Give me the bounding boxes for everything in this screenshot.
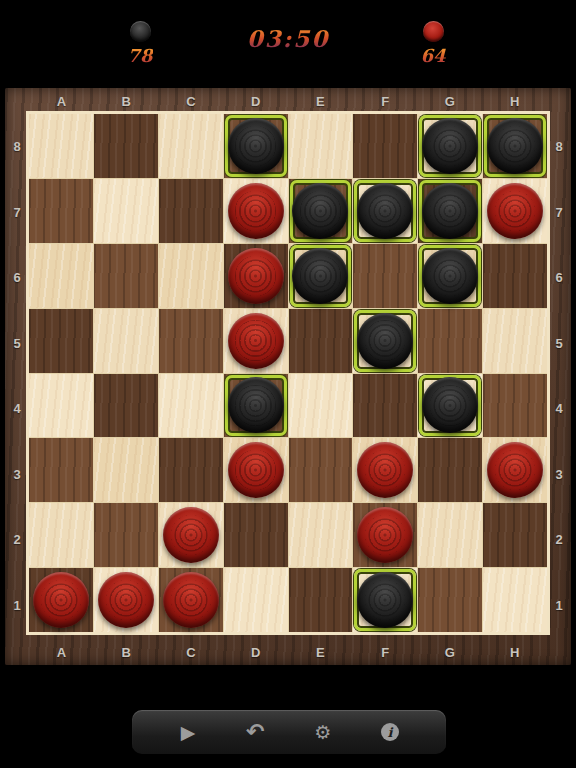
- square-a6[interactable]: [29, 244, 93, 308]
- file-label-e: E: [288, 639, 353, 665]
- black-piece-g6[interactable]: [422, 248, 478, 304]
- square-e5[interactable]: [289, 309, 353, 373]
- gear-icon: ⚙: [314, 723, 331, 742]
- square-h7[interactable]: [483, 179, 547, 243]
- square-g1[interactable]: [418, 568, 482, 632]
- red-piece-c2[interactable]: [163, 507, 219, 563]
- file-label-d: D: [223, 639, 288, 665]
- square-e8[interactable]: [289, 114, 353, 178]
- black-piece-d4[interactable]: [228, 377, 284, 433]
- play-button[interactable]: ▶: [174, 718, 202, 746]
- square-c3[interactable]: [159, 438, 223, 502]
- square-e2[interactable]: [289, 503, 353, 567]
- square-b4[interactable]: [94, 374, 158, 438]
- square-c1[interactable]: [159, 568, 223, 632]
- square-g5[interactable]: [418, 309, 482, 373]
- square-d4[interactable]: [224, 374, 288, 438]
- black-piece-d8[interactable]: [228, 118, 284, 174]
- play-icon: ▶: [181, 723, 196, 742]
- rank-label-2: 2: [547, 507, 571, 573]
- timer-area: 03:50: [176, 0, 400, 88]
- red-piece-a1[interactable]: [33, 572, 89, 628]
- rank-label-7: 7: [547, 180, 571, 246]
- square-b6[interactable]: [94, 244, 158, 308]
- red-piece-f3[interactable]: [357, 442, 413, 498]
- square-g7[interactable]: [418, 179, 482, 243]
- square-d6[interactable]: [224, 244, 288, 308]
- rank-label-6: 6: [547, 245, 571, 311]
- square-a1[interactable]: [29, 568, 93, 632]
- square-f8[interactable]: [353, 114, 417, 178]
- square-c5[interactable]: [159, 309, 223, 373]
- square-a4[interactable]: [29, 374, 93, 438]
- black-piece-e7[interactable]: [292, 183, 348, 239]
- black-piece-g7[interactable]: [422, 183, 478, 239]
- rank-label-8: 8: [547, 114, 571, 180]
- board-squares: [26, 111, 550, 635]
- rank-label-4: 4: [547, 376, 571, 442]
- square-d2[interactable]: [224, 503, 288, 567]
- square-d5[interactable]: [224, 309, 288, 373]
- black-score: 78: [127, 45, 152, 66]
- square-h1[interactable]: [483, 568, 547, 632]
- square-a5[interactable]: [29, 309, 93, 373]
- square-f2[interactable]: [353, 503, 417, 567]
- square-c6[interactable]: [159, 244, 223, 308]
- square-h6[interactable]: [483, 244, 547, 308]
- square-b3[interactable]: [94, 438, 158, 502]
- square-g2[interactable]: [418, 503, 482, 567]
- file-label-c: C: [159, 639, 224, 665]
- square-h4[interactable]: [483, 374, 547, 438]
- black-piece-h8[interactable]: [487, 118, 543, 174]
- info-icon: i: [381, 723, 399, 741]
- file-label-a: A: [29, 639, 94, 665]
- square-g3[interactable]: [418, 438, 482, 502]
- square-e4[interactable]: [289, 374, 353, 438]
- app-screen: 78 03:50 64 ABCDEFGH ABCDEFGH 87654321 8…: [0, 0, 576, 768]
- square-f3[interactable]: [353, 438, 417, 502]
- square-b5[interactable]: [94, 309, 158, 373]
- red-piece-h3[interactable]: [487, 442, 543, 498]
- undo-button[interactable]: ↶: [241, 718, 269, 746]
- red-score: 64: [420, 45, 445, 66]
- black-piece-icon: [130, 21, 151, 42]
- player-black: 78: [108, 21, 172, 66]
- toolbar: ▶ ↶ ⚙ i: [132, 710, 446, 754]
- square-e7[interactable]: [289, 179, 353, 243]
- file-label-f: F: [353, 639, 418, 665]
- square-f7[interactable]: [353, 179, 417, 243]
- square-c7[interactable]: [159, 179, 223, 243]
- square-e6[interactable]: [289, 244, 353, 308]
- square-a3[interactable]: [29, 438, 93, 502]
- square-c4[interactable]: [159, 374, 223, 438]
- file-label-h: H: [482, 639, 547, 665]
- square-d8[interactable]: [224, 114, 288, 178]
- black-piece-f7[interactable]: [357, 183, 413, 239]
- file-label-b: B: [94, 639, 159, 665]
- square-h2[interactable]: [483, 503, 547, 567]
- red-piece-d6[interactable]: [228, 248, 284, 304]
- square-g4[interactable]: [418, 374, 482, 438]
- black-piece-g4[interactable]: [422, 377, 478, 433]
- red-piece-c1[interactable]: [163, 572, 219, 628]
- player-red: 64: [401, 21, 465, 66]
- square-f1[interactable]: [353, 568, 417, 632]
- black-piece-g8[interactable]: [422, 118, 478, 174]
- square-d1[interactable]: [224, 568, 288, 632]
- square-f4[interactable]: [353, 374, 417, 438]
- square-b2[interactable]: [94, 503, 158, 567]
- settings-button[interactable]: ⚙: [309, 718, 337, 746]
- info-button[interactable]: i: [376, 718, 404, 746]
- undo-icon: ↶: [246, 721, 264, 743]
- square-f5[interactable]: [353, 309, 417, 373]
- square-c8[interactable]: [159, 114, 223, 178]
- square-g6[interactable]: [418, 244, 482, 308]
- board-frame: ABCDEFGH ABCDEFGH 87654321 87654321: [5, 88, 571, 665]
- rank-label-3: 3: [547, 442, 571, 508]
- square-e1[interactable]: [289, 568, 353, 632]
- file-labels-bottom: ABCDEFGH: [29, 639, 547, 665]
- square-c2[interactable]: [159, 503, 223, 567]
- square-h8[interactable]: [483, 114, 547, 178]
- square-h3[interactable]: [483, 438, 547, 502]
- red-piece-d3[interactable]: [228, 442, 284, 498]
- square-f6[interactable]: [353, 244, 417, 308]
- red-piece-d7[interactable]: [228, 183, 284, 239]
- red-piece-d5[interactable]: [228, 313, 284, 369]
- red-piece-f2[interactable]: [357, 507, 413, 563]
- square-d3[interactable]: [224, 438, 288, 502]
- red-piece-icon: [423, 21, 444, 42]
- square-b8[interactable]: [94, 114, 158, 178]
- rank-label-1: 1: [547, 573, 571, 639]
- square-g8[interactable]: [418, 114, 482, 178]
- square-b1[interactable]: [94, 568, 158, 632]
- red-piece-h7[interactable]: [487, 183, 543, 239]
- rank-labels-right: 87654321: [547, 114, 571, 638]
- red-piece-b1[interactable]: [98, 572, 154, 628]
- file-label-g: G: [418, 639, 483, 665]
- rank-label-5: 5: [547, 311, 571, 377]
- square-a8[interactable]: [29, 114, 93, 178]
- square-b7[interactable]: [94, 179, 158, 243]
- square-a2[interactable]: [29, 503, 93, 567]
- black-piece-e6[interactable]: [292, 248, 348, 304]
- game-timer: 03:50: [176, 25, 400, 52]
- square-e3[interactable]: [289, 438, 353, 502]
- black-piece-f1[interactable]: [357, 572, 413, 628]
- square-d7[interactable]: [224, 179, 288, 243]
- black-piece-f5[interactable]: [357, 313, 413, 369]
- square-h5[interactable]: [483, 309, 547, 373]
- square-a7[interactable]: [29, 179, 93, 243]
